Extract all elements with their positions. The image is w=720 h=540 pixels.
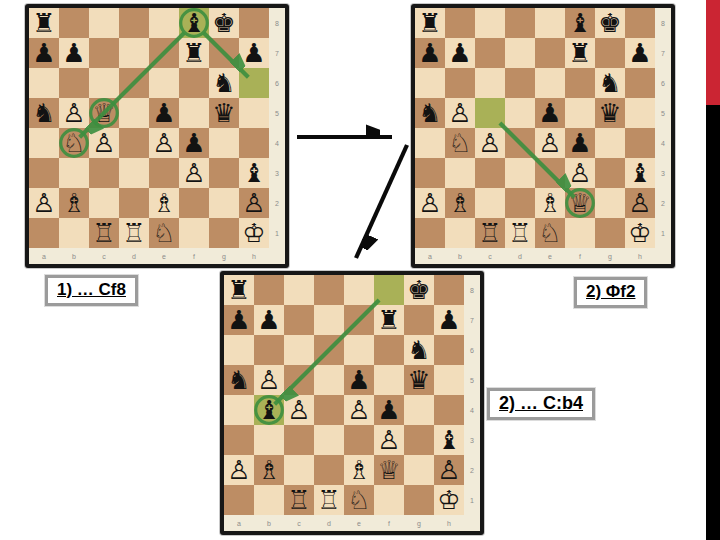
square-g2	[595, 188, 625, 218]
square-a4	[415, 128, 445, 158]
square-g7	[209, 38, 239, 68]
square-d3	[119, 158, 149, 188]
white-king-h1: ♔	[242, 218, 265, 248]
white-pawn-a2: ♙	[32, 188, 55, 218]
black-bishop-h3: ♝	[437, 425, 460, 455]
rank-labels: 87654321	[655, 8, 671, 248]
square-h5	[625, 98, 655, 128]
rank-label-4: 4	[655, 128, 671, 158]
square-e1: ♘	[149, 218, 179, 248]
square-b1	[445, 218, 475, 248]
square-f6	[179, 68, 209, 98]
square-g5: ♛	[209, 98, 239, 128]
black-pawn-a7: ♟	[227, 305, 250, 335]
board-corner	[269, 248, 285, 264]
square-d2	[119, 188, 149, 218]
board-squares: ♜♝♚♟♟♜♟♞♞♙♕♟♛♘♙♙♟♙♝♙♗♗♙♖♖♘♔	[29, 8, 269, 248]
black-pawn-b7: ♟	[448, 38, 471, 68]
square-b7: ♟	[445, 38, 475, 68]
square-g8: ♚	[595, 8, 625, 38]
file-label-g: g	[595, 248, 625, 264]
square-g5: ♛	[595, 98, 625, 128]
black-rook-f7: ♜	[568, 38, 591, 68]
square-c7	[475, 38, 505, 68]
black-bishop-f8: ♝	[182, 8, 205, 38]
square-a4	[29, 128, 59, 158]
square-d1: ♖	[314, 485, 344, 515]
square-a1	[29, 218, 59, 248]
square-c4: ♙	[89, 128, 119, 158]
board-corner	[464, 515, 480, 531]
rank-label-6: 6	[269, 68, 285, 98]
rank-label-5: 5	[655, 98, 671, 128]
square-a5: ♞	[415, 98, 445, 128]
black-pawn-e5: ♟	[152, 98, 175, 128]
white-pawn-c4: ♙	[92, 128, 115, 158]
square-e4: ♙	[149, 128, 179, 158]
square-c8	[284, 275, 314, 305]
black-pawn-a7: ♟	[418, 38, 441, 68]
square-h6	[434, 335, 464, 365]
square-b2: ♗	[445, 188, 475, 218]
square-g7	[404, 305, 434, 335]
rank-label-4: 4	[269, 128, 285, 158]
white-knight-b4: ♘	[448, 128, 471, 158]
white-bishop-e2: ♗	[538, 188, 561, 218]
white-pawn-f3: ♙	[377, 425, 400, 455]
square-c3	[89, 158, 119, 188]
square-b4: ♘	[59, 128, 89, 158]
rank-label-5: 5	[269, 98, 285, 128]
square-h7: ♟	[434, 305, 464, 335]
square-e7	[535, 38, 565, 68]
black-pawn-e5: ♟	[347, 365, 370, 395]
square-h8	[625, 8, 655, 38]
move-label-3-text: 2) … C:b4	[499, 393, 583, 413]
rank-labels: 87654321	[269, 8, 285, 248]
white-bishop-b2: ♗	[448, 188, 471, 218]
file-label-f: f	[565, 248, 595, 264]
rank-label-3: 3	[655, 158, 671, 188]
black-queen-g5: ♛	[407, 365, 430, 395]
square-e2: ♗	[535, 188, 565, 218]
square-c3	[475, 158, 505, 188]
square-a6	[29, 68, 59, 98]
rank-label-4: 4	[464, 395, 480, 425]
file-label-b: b	[445, 248, 475, 264]
white-pawn-c4: ♙	[478, 128, 501, 158]
square-a1	[224, 485, 254, 515]
square-f8	[374, 275, 404, 305]
chessboard-2: ♜♝♚♟♟♜♟♞♞♙♟♛♘♙♙♟♙♝♙♗♗♕♙♖♖♘♔ 87654321 abc…	[411, 4, 675, 268]
square-b8	[59, 8, 89, 38]
black-queen-g5: ♛	[212, 98, 235, 128]
black-pawn-f4: ♟	[568, 128, 591, 158]
square-g3	[595, 158, 625, 188]
white-pawn-a2: ♙	[418, 188, 441, 218]
square-h4	[434, 395, 464, 425]
file-label-h: h	[239, 248, 269, 264]
square-b1	[254, 485, 284, 515]
slide: ♜♝♚♟♟♜♟♞♞♙♕♟♛♘♙♙♟♙♝♙♗♗♙♖♖♘♔ 87654321 abc…	[0, 0, 720, 540]
square-g3	[404, 425, 434, 455]
black-bishop-b4: ♝	[257, 395, 280, 425]
black-bishop-f8: ♝	[568, 8, 591, 38]
square-e3	[344, 425, 374, 455]
square-g2	[209, 188, 239, 218]
square-e2: ♗	[149, 188, 179, 218]
square-c2	[284, 455, 314, 485]
square-e5: ♟	[344, 365, 374, 395]
square-h2: ♙	[239, 188, 269, 218]
file-label-d: d	[505, 248, 535, 264]
square-a2: ♙	[224, 455, 254, 485]
white-knight-e1: ♘	[152, 218, 175, 248]
square-d5	[119, 98, 149, 128]
square-d6	[119, 68, 149, 98]
slide-accent-black-bar	[706, 105, 720, 540]
white-pawn-b5: ♙	[257, 365, 280, 395]
square-a8: ♜	[29, 8, 59, 38]
square-f6	[565, 68, 595, 98]
square-b7: ♟	[254, 305, 284, 335]
white-bishop-e2: ♗	[347, 455, 370, 485]
white-pawn-f3: ♙	[568, 158, 591, 188]
file-labels: abcdefgh	[415, 248, 655, 264]
move-label-2-text: 2) Фf2	[586, 282, 635, 301]
black-king-g8: ♚	[598, 8, 621, 38]
black-knight-g6: ♞	[212, 68, 235, 98]
square-a7: ♟	[415, 38, 445, 68]
rank-label-8: 8	[655, 8, 671, 38]
square-b4: ♘	[445, 128, 475, 158]
square-d1: ♖	[505, 218, 535, 248]
square-a4	[224, 395, 254, 425]
black-bishop-h3: ♝	[242, 158, 265, 188]
square-f5	[179, 98, 209, 128]
square-f7: ♜	[374, 305, 404, 335]
square-c5: ♕	[89, 98, 119, 128]
file-label-c: c	[284, 515, 314, 531]
square-g8: ♚	[209, 8, 239, 38]
black-rook-f7: ♜	[182, 38, 205, 68]
white-rook-c1: ♖	[287, 485, 310, 515]
square-h6	[625, 68, 655, 98]
chessboard-1: ♜♝♚♟♟♜♟♞♞♙♕♟♛♘♙♙♟♙♝♙♗♗♙♖♖♘♔ 87654321 abc…	[25, 4, 289, 268]
rank-label-3: 3	[464, 425, 480, 455]
square-e8	[149, 8, 179, 38]
white-pawn-a2: ♙	[227, 455, 250, 485]
square-b5: ♙	[59, 98, 89, 128]
square-h4	[239, 128, 269, 158]
square-b1	[59, 218, 89, 248]
square-d2	[505, 188, 535, 218]
square-g8: ♚	[404, 275, 434, 305]
square-a7: ♟	[224, 305, 254, 335]
square-e5: ♟	[149, 98, 179, 128]
white-pawn-c4: ♙	[287, 395, 310, 425]
square-b5: ♙	[254, 365, 284, 395]
square-g1	[404, 485, 434, 515]
rank-label-2: 2	[464, 455, 480, 485]
rank-label-2: 2	[269, 188, 285, 218]
white-pawn-b5: ♙	[62, 98, 85, 128]
square-b6	[59, 68, 89, 98]
square-f4: ♟	[374, 395, 404, 425]
square-f8: ♝	[179, 8, 209, 38]
square-d1: ♖	[119, 218, 149, 248]
square-f3: ♙	[374, 425, 404, 455]
black-king-g8: ♚	[407, 275, 430, 305]
square-g4	[404, 395, 434, 425]
square-c5	[284, 365, 314, 395]
square-e4: ♙	[535, 128, 565, 158]
square-c2	[475, 188, 505, 218]
square-e4: ♙	[344, 395, 374, 425]
black-pawn-h7: ♟	[242, 38, 265, 68]
square-f4: ♟	[179, 128, 209, 158]
file-labels: abcdefgh	[224, 515, 464, 531]
black-rook-a8: ♜	[227, 275, 250, 305]
rank-label-1: 1	[269, 218, 285, 248]
square-c8	[89, 8, 119, 38]
file-label-b: b	[254, 515, 284, 531]
square-f3: ♙	[565, 158, 595, 188]
square-e1: ♘	[344, 485, 374, 515]
white-king-h1: ♔	[437, 485, 460, 515]
square-h5	[434, 365, 464, 395]
square-g6: ♞	[404, 335, 434, 365]
square-c4: ♙	[284, 395, 314, 425]
rank-label-5: 5	[464, 365, 480, 395]
square-f2	[179, 188, 209, 218]
square-b4: ♝	[254, 395, 284, 425]
square-h3: ♝	[239, 158, 269, 188]
black-rook-a8: ♜	[418, 8, 441, 38]
square-a5: ♞	[224, 365, 254, 395]
square-b3	[59, 158, 89, 188]
white-knight-e1: ♘	[347, 485, 370, 515]
board-squares: ♜♝♚♟♟♜♟♞♞♙♟♛♘♙♙♟♙♝♙♗♗♕♙♖♖♘♔	[415, 8, 655, 248]
square-d8	[505, 8, 535, 38]
square-a3	[224, 425, 254, 455]
square-g4	[209, 128, 239, 158]
white-knight-e1: ♘	[538, 218, 561, 248]
square-h1: ♔	[625, 218, 655, 248]
square-d7	[314, 305, 344, 335]
square-b5: ♙	[445, 98, 475, 128]
white-knight-b4: ♘	[62, 128, 85, 158]
square-d3	[314, 425, 344, 455]
square-c1: ♖	[284, 485, 314, 515]
black-pawn-f4: ♟	[182, 128, 205, 158]
rank-label-1: 1	[655, 218, 671, 248]
square-e5: ♟	[535, 98, 565, 128]
square-h1: ♔	[434, 485, 464, 515]
file-label-a: a	[224, 515, 254, 531]
square-c6	[89, 68, 119, 98]
square-e6	[535, 68, 565, 98]
file-label-g: g	[209, 248, 239, 264]
black-knight-g6: ♞	[407, 335, 430, 365]
black-pawn-h7: ♟	[437, 305, 460, 335]
square-c6	[284, 335, 314, 365]
white-rook-d1: ♖	[508, 218, 531, 248]
square-a8: ♜	[224, 275, 254, 305]
black-rook-f7: ♜	[377, 305, 400, 335]
rank-label-1: 1	[464, 485, 480, 515]
square-g1	[595, 218, 625, 248]
file-label-e: e	[535, 248, 565, 264]
square-g7	[595, 38, 625, 68]
square-g4	[595, 128, 625, 158]
file-label-d: d	[314, 515, 344, 531]
file-label-e: e	[344, 515, 374, 531]
square-g1	[209, 218, 239, 248]
slide-accent-red-bar	[706, 0, 720, 105]
square-h3: ♝	[625, 158, 655, 188]
square-f3: ♙	[179, 158, 209, 188]
square-d7	[505, 38, 535, 68]
rank-label-7: 7	[655, 38, 671, 68]
square-b3	[254, 425, 284, 455]
square-f5	[374, 365, 404, 395]
square-f8: ♝	[565, 8, 595, 38]
move-label-1-text: 1) … Cf8	[57, 280, 126, 299]
white-pawn-e4: ♙	[538, 128, 561, 158]
square-b6	[254, 335, 284, 365]
black-pawn-a7: ♟	[32, 38, 55, 68]
rank-label-8: 8	[269, 8, 285, 38]
square-e1: ♘	[535, 218, 565, 248]
rank-label-6: 6	[655, 68, 671, 98]
square-b6	[445, 68, 475, 98]
square-h2: ♙	[625, 188, 655, 218]
square-c7	[89, 38, 119, 68]
rank-label-7: 7	[269, 38, 285, 68]
square-d2	[314, 455, 344, 485]
black-king-g8: ♚	[212, 8, 235, 38]
square-g2	[404, 455, 434, 485]
black-bishop-h3: ♝	[628, 158, 651, 188]
white-pawn-h2: ♙	[242, 188, 265, 218]
square-f5	[565, 98, 595, 128]
square-f2: ♕	[374, 455, 404, 485]
flow-arrows	[290, 100, 420, 280]
square-a7: ♟	[29, 38, 59, 68]
rank-label-7: 7	[464, 305, 480, 335]
square-h1: ♔	[239, 218, 269, 248]
black-knight-g6: ♞	[598, 68, 621, 98]
square-f7: ♜	[565, 38, 595, 68]
rank-labels: 87654321	[464, 275, 480, 515]
white-pawn-f3: ♙	[182, 158, 205, 188]
black-rook-a8: ♜	[32, 8, 55, 38]
square-a5: ♞	[29, 98, 59, 128]
square-e8	[344, 275, 374, 305]
square-d4	[314, 395, 344, 425]
square-e3	[149, 158, 179, 188]
black-knight-a5: ♞	[418, 98, 441, 128]
square-g6: ♞	[209, 68, 239, 98]
black-queen-g5: ♛	[598, 98, 621, 128]
file-label-a: a	[29, 248, 59, 264]
square-a6	[224, 335, 254, 365]
square-f1	[374, 485, 404, 515]
square-b3	[445, 158, 475, 188]
white-king-h1: ♔	[628, 218, 651, 248]
square-d3	[505, 158, 535, 188]
file-labels: abcdefgh	[29, 248, 269, 264]
square-d6	[314, 335, 344, 365]
white-bishop-b2: ♗	[257, 455, 280, 485]
file-label-f: f	[374, 515, 404, 531]
black-pawn-b7: ♟	[62, 38, 85, 68]
square-b7: ♟	[59, 38, 89, 68]
black-knight-a5: ♞	[32, 98, 55, 128]
square-h8	[239, 8, 269, 38]
board-squares: ♜♚♟♟♜♟♞♞♙♟♛♝♙♙♟♙♝♙♗♗♕♙♖♖♘♔	[224, 275, 464, 515]
white-queen-f2: ♕	[377, 455, 400, 485]
square-d5	[314, 365, 344, 395]
white-pawn-e4: ♙	[152, 128, 175, 158]
white-queen-f2: ♕	[568, 188, 591, 218]
square-f1	[179, 218, 209, 248]
square-f4: ♟	[565, 128, 595, 158]
white-bishop-b2: ♗	[62, 188, 85, 218]
square-d6	[505, 68, 535, 98]
square-d8	[314, 275, 344, 305]
square-e6	[344, 335, 374, 365]
square-c2	[89, 188, 119, 218]
square-h2: ♙	[434, 455, 464, 485]
square-f7: ♜	[179, 38, 209, 68]
square-a2: ♙	[415, 188, 445, 218]
square-e6	[149, 68, 179, 98]
white-pawn-h2: ♙	[437, 455, 460, 485]
square-h5	[239, 98, 269, 128]
square-a2: ♙	[29, 188, 59, 218]
square-c7	[284, 305, 314, 335]
square-c5	[475, 98, 505, 128]
board-corner	[655, 248, 671, 264]
square-g5: ♛	[404, 365, 434, 395]
square-b2: ♗	[59, 188, 89, 218]
square-f2: ♕	[565, 188, 595, 218]
square-h4	[625, 128, 655, 158]
black-pawn-h7: ♟	[628, 38, 651, 68]
square-a6	[415, 68, 445, 98]
square-h7: ♟	[625, 38, 655, 68]
square-a3	[29, 158, 59, 188]
square-b2: ♗	[254, 455, 284, 485]
black-pawn-e5: ♟	[538, 98, 561, 128]
move-label-3: 2) … C:b4	[487, 388, 595, 420]
square-h6	[239, 68, 269, 98]
file-label-e: e	[149, 248, 179, 264]
square-a1	[415, 218, 445, 248]
white-queen-c5: ♕	[92, 98, 115, 128]
rank-label-3: 3	[269, 158, 285, 188]
file-label-b: b	[59, 248, 89, 264]
file-label-c: c	[475, 248, 505, 264]
arrow-board2-to-board3	[356, 145, 407, 258]
square-g3	[209, 158, 239, 188]
square-e7	[149, 38, 179, 68]
square-c3	[284, 425, 314, 455]
white-rook-c1: ♖	[478, 218, 501, 248]
white-rook-c1: ♖	[92, 218, 115, 248]
